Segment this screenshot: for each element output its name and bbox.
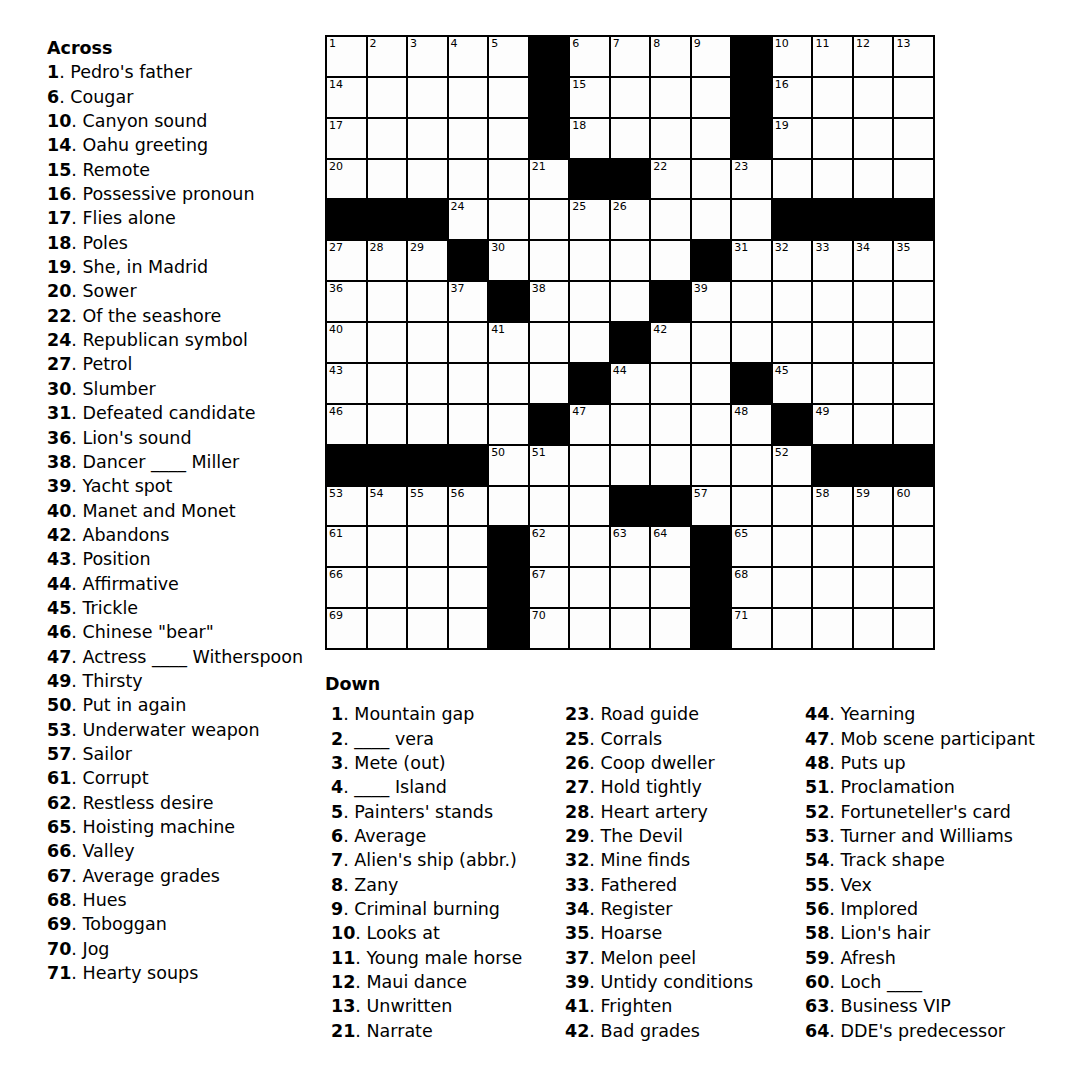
cell-r15c9[interactable]: [650, 608, 691, 649]
down-clue-number-23: 23: [565, 704, 589, 724]
across-clue-text-70: . Jog: [71, 939, 109, 959]
across-clue-text-19: . She, in Madrid: [71, 257, 208, 277]
cell-number-16: 16: [775, 78, 789, 91]
cell-r6c15[interactable]: 35: [893, 240, 934, 281]
across-clue-number-17: 17: [47, 208, 71, 228]
cell-r12c1[interactable]: 53: [326, 486, 367, 527]
cell-r7c2[interactable]: [367, 281, 408, 322]
across-clue-text-1: . Pedro's father: [59, 62, 192, 82]
cell-r10c1[interactable]: 46: [326, 404, 367, 445]
cell-r10c10[interactable]: [691, 404, 732, 445]
down-clue-text-59: . Afresh: [829, 948, 895, 968]
down-clue-text-8: . Zany: [343, 875, 398, 895]
cell-r15c11[interactable]: 71: [731, 608, 772, 649]
cell-r10c14[interactable]: [853, 404, 894, 445]
across-clue-15: 15. Remote: [47, 158, 303, 182]
cell-r2c2[interactable]: [367, 77, 408, 118]
down-clue-54: 54. Track shape: [805, 848, 1055, 872]
cell-r14c3[interactable]: [407, 567, 448, 608]
cell-number-28: 28: [370, 241, 384, 254]
down-clue-number-32: 32: [565, 850, 589, 870]
cell-r3c3[interactable]: [407, 118, 448, 159]
cell-number-38: 38: [532, 282, 546, 295]
cell-r15c7[interactable]: [569, 608, 610, 649]
down-clue-text-11: . Young male horse: [355, 948, 522, 968]
cell-r9c11-black: [731, 363, 772, 404]
across-clue-number-24: 24: [47, 330, 71, 350]
cell-r8c2[interactable]: [367, 322, 408, 363]
cell-r14c13[interactable]: [812, 567, 853, 608]
cell-number-23: 23: [734, 160, 748, 173]
across-clue-text-40: . Manet and Monet: [71, 501, 235, 521]
cell-r5c13-black: [812, 199, 853, 240]
cell-r10c15[interactable]: [893, 404, 934, 445]
across-clue-number-50: 50: [47, 695, 71, 715]
cell-r8c8-black: [610, 322, 651, 363]
cell-r4c2[interactable]: [367, 159, 408, 200]
cell-r13c8[interactable]: 63: [610, 526, 651, 567]
cell-number-44: 44: [613, 364, 627, 377]
cell-r7c4[interactable]: 37: [448, 281, 489, 322]
cell-r6c5[interactable]: 30: [488, 240, 529, 281]
cell-r4c4[interactable]: [448, 159, 489, 200]
down-clue-13: 13. Unwritten: [331, 994, 565, 1018]
cell-r9c15[interactable]: [893, 363, 934, 404]
cell-r3c1[interactable]: 17: [326, 118, 367, 159]
cell-number-63: 63: [613, 527, 627, 540]
cell-r12c7[interactable]: [569, 486, 610, 527]
cell-r3c11-black: [731, 118, 772, 159]
across-clue-69: 69. Toboggan: [47, 912, 303, 936]
cell-r12c5[interactable]: [488, 486, 529, 527]
cell-r2c15[interactable]: [893, 77, 934, 118]
cell-r11c6[interactable]: 51: [529, 445, 570, 486]
cell-r9c10[interactable]: [691, 363, 732, 404]
down-clue-number-29: 29: [565, 826, 589, 846]
cell-r15c5-black: [488, 608, 529, 649]
cell-r13c14[interactable]: [853, 526, 894, 567]
down-clue-41: 41. Frighten: [565, 994, 805, 1018]
cell-number-14: 14: [329, 78, 343, 91]
down-clue-number-8: 8: [331, 875, 343, 895]
cell-r13c4[interactable]: [448, 526, 489, 567]
cell-r14c6[interactable]: 67: [529, 567, 570, 608]
cell-r13c11[interactable]: 65: [731, 526, 772, 567]
down-clue-text-37: . Melon peel: [589, 948, 696, 968]
down-clue-52: 52. Fortuneteller's card: [805, 800, 1055, 824]
cell-r4c1[interactable]: 20: [326, 159, 367, 200]
across-clue-62: 62. Restless desire: [47, 791, 303, 815]
cell-r7c5-black: [488, 281, 529, 322]
cell-r1c15[interactable]: 13: [893, 36, 934, 77]
cell-r8c4[interactable]: [448, 322, 489, 363]
cell-r8c6[interactable]: [529, 322, 570, 363]
cell-number-13: 13: [896, 37, 910, 50]
cell-r14c15[interactable]: [893, 567, 934, 608]
down-clue-51: 51. Proclamation: [805, 775, 1055, 799]
cell-r15c1[interactable]: 69: [326, 608, 367, 649]
cell-r8c9[interactable]: 42: [650, 322, 691, 363]
cell-r15c2[interactable]: [367, 608, 408, 649]
cell-r12c13[interactable]: 58: [812, 486, 853, 527]
down-clue-number-28: 28: [565, 802, 589, 822]
down-header: Down: [325, 672, 1055, 696]
cell-r6c13[interactable]: 33: [812, 240, 853, 281]
cell-r14c14[interactable]: [853, 567, 894, 608]
down-clue-number-56: 56: [805, 899, 829, 919]
cell-number-40: 40: [329, 323, 343, 336]
down-clue-text-41: . Frighten: [589, 996, 672, 1016]
cell-r4c7-black: [569, 159, 610, 200]
cell-r7c6[interactable]: 38: [529, 281, 570, 322]
cell-r9c8[interactable]: 44: [610, 363, 651, 404]
down-clues-panel: Down 1. Mountain gap2. ____ vera3. Mete …: [325, 672, 1055, 1043]
cell-r15c8[interactable]: [610, 608, 651, 649]
cell-r12c2[interactable]: 54: [367, 486, 408, 527]
cell-r6c7[interactable]: [569, 240, 610, 281]
down-clue-47: 47. Mob scene participant: [805, 727, 1055, 751]
cell-r11c2-black: [367, 445, 408, 486]
across-clue-38: 38. Dancer ____ Miller: [47, 450, 303, 474]
across-clue-text-68: . Hues: [71, 890, 126, 910]
cell-number-25: 25: [572, 200, 586, 213]
cell-r10c13[interactable]: 49: [812, 404, 853, 445]
cell-r13c2[interactable]: [367, 526, 408, 567]
cell-number-51: 51: [532, 446, 546, 459]
cell-r5c4[interactable]: 24: [448, 199, 489, 240]
down-clue-39: 39. Untidy conditions: [565, 970, 805, 994]
across-clue-20: 20. Sower: [47, 279, 303, 303]
cell-r4c11[interactable]: 23: [731, 159, 772, 200]
cell-r5c8[interactable]: 26: [610, 199, 651, 240]
cell-r14c8[interactable]: [610, 567, 651, 608]
cell-r9c12[interactable]: 45: [772, 363, 813, 404]
cell-r8c12[interactable]: [772, 322, 813, 363]
cell-r8c7[interactable]: [569, 322, 610, 363]
cell-r3c14[interactable]: [853, 118, 894, 159]
cell-r6c14[interactable]: 34: [853, 240, 894, 281]
cell-r11c4-black: [448, 445, 489, 486]
cell-number-70: 70: [532, 609, 546, 622]
cell-number-64: 64: [653, 527, 667, 540]
cell-r13c3[interactable]: [407, 526, 448, 567]
cell-number-22: 22: [653, 160, 667, 173]
across-clue-text-20: . Sower: [71, 281, 136, 301]
cell-r8c11[interactable]: [731, 322, 772, 363]
down-clue-number-21: 21: [331, 1021, 355, 1041]
cell-r3c2[interactable]: [367, 118, 408, 159]
across-clues-panel: Across 1. Pedro's father6. Cougar10. Can…: [47, 36, 303, 985]
cell-r2c8[interactable]: [610, 77, 651, 118]
cell-r4c3[interactable]: [407, 159, 448, 200]
across-clue-number-16: 16: [47, 184, 71, 204]
cell-r14c5-black: [488, 567, 529, 608]
cell-r1c9[interactable]: 8: [650, 36, 691, 77]
cell-r9c2[interactable]: [367, 363, 408, 404]
cell-number-37: 37: [451, 282, 465, 295]
cell-r10c9[interactable]: [650, 404, 691, 445]
cell-r6c11[interactable]: 31: [731, 240, 772, 281]
down-clue-3: 3. Mete (out): [331, 751, 565, 775]
cell-r9c13[interactable]: [812, 363, 853, 404]
cell-r6c9[interactable]: [650, 240, 691, 281]
cell-r10c3[interactable]: [407, 404, 448, 445]
cell-r11c3-black: [407, 445, 448, 486]
cell-r10c7[interactable]: 47: [569, 404, 610, 445]
cell-r4c14[interactable]: [853, 159, 894, 200]
across-clue-39: 39. Yacht spot: [47, 474, 303, 498]
down-clue-column-1: 1. Mountain gap2. ____ vera3. Mete (out)…: [331, 702, 565, 1043]
cell-r1c8[interactable]: 7: [610, 36, 651, 77]
cell-r13c7[interactable]: [569, 526, 610, 567]
cell-r10c4[interactable]: [448, 404, 489, 445]
cell-r3c13[interactable]: [812, 118, 853, 159]
across-clue-61: 61. Corrupt: [47, 766, 303, 790]
cell-r7c7[interactable]: [569, 281, 610, 322]
cell-r11c10[interactable]: [691, 445, 732, 486]
cell-r2c1[interactable]: 14: [326, 77, 367, 118]
cell-r12c6[interactable]: [529, 486, 570, 527]
cell-r8c5[interactable]: 41: [488, 322, 529, 363]
cell-number-18: 18: [572, 119, 586, 132]
cell-r8c10[interactable]: [691, 322, 732, 363]
cell-r7c14[interactable]: [853, 281, 894, 322]
cell-number-69: 69: [329, 609, 343, 622]
cell-r5c10[interactable]: [691, 199, 732, 240]
cell-number-12: 12: [856, 37, 870, 50]
down-clue-text-25: . Corrals: [589, 729, 662, 749]
cell-r12c11[interactable]: [731, 486, 772, 527]
cell-r12c4[interactable]: 56: [448, 486, 489, 527]
cell-number-48: 48: [734, 405, 748, 418]
down-clue-number-42: 42: [565, 1021, 589, 1041]
cell-r9c4[interactable]: [448, 363, 489, 404]
cell-number-47: 47: [572, 405, 586, 418]
cell-r10c2[interactable]: [367, 404, 408, 445]
cell-r2c6-black: [529, 77, 570, 118]
cell-r4c6[interactable]: 21: [529, 159, 570, 200]
across-clue-50: 50. Put in again: [47, 693, 303, 717]
cell-r3c4[interactable]: [448, 118, 489, 159]
cell-r4c5[interactable]: [488, 159, 529, 200]
cell-r6c10-black: [691, 240, 732, 281]
cell-r2c12[interactable]: 16: [772, 77, 813, 118]
cell-number-1: 1: [329, 37, 336, 50]
cell-r5c7[interactable]: 25: [569, 199, 610, 240]
cell-r3c9[interactable]: [650, 118, 691, 159]
across-clue-17: 17. Flies alone: [47, 206, 303, 230]
cell-r8c15[interactable]: [893, 322, 934, 363]
cell-r5c11[interactable]: [731, 199, 772, 240]
cell-r7c3[interactable]: [407, 281, 448, 322]
cell-r9c6[interactable]: [529, 363, 570, 404]
cell-r10c11[interactable]: 48: [731, 404, 772, 445]
cell-r4c12[interactable]: [772, 159, 813, 200]
cell-r8c13[interactable]: [812, 322, 853, 363]
down-clue-28: 28. Heart artery: [565, 800, 805, 824]
cell-r11c5[interactable]: 50: [488, 445, 529, 486]
cell-r15c13[interactable]: [812, 608, 853, 649]
cell-r9c5[interactable]: [488, 363, 529, 404]
cell-r4c15[interactable]: [893, 159, 934, 200]
cell-r1c3[interactable]: 3: [407, 36, 448, 77]
down-clue-number-33: 33: [565, 875, 589, 895]
cell-r2c4[interactable]: [448, 77, 489, 118]
across-header: Across: [47, 36, 303, 60]
cell-r5c6[interactable]: [529, 199, 570, 240]
cell-r12c10[interactable]: 57: [691, 486, 732, 527]
cell-r7c12[interactable]: [772, 281, 813, 322]
cell-r12c3[interactable]: 55: [407, 486, 448, 527]
cell-r10c5[interactable]: [488, 404, 529, 445]
cell-r7c1[interactable]: 36: [326, 281, 367, 322]
cell-r3c7[interactable]: 18: [569, 118, 610, 159]
cell-r14c2[interactable]: [367, 567, 408, 608]
cell-r1c14[interactable]: 12: [853, 36, 894, 77]
cell-r5c15-black: [893, 199, 934, 240]
cell-r1c12[interactable]: 10: [772, 36, 813, 77]
cell-r2c14[interactable]: [853, 77, 894, 118]
cell-r5c5[interactable]: [488, 199, 529, 240]
down-clue-58: 58. Lion's hair: [805, 921, 1055, 945]
cell-r1c6-black: [529, 36, 570, 77]
cell-r1c10[interactable]: 9: [691, 36, 732, 77]
cell-r15c6[interactable]: 70: [529, 608, 570, 649]
cell-r11c7[interactable]: [569, 445, 610, 486]
across-clue-number-71: 71: [47, 963, 71, 983]
cell-r13c15[interactable]: [893, 526, 934, 567]
across-clue-49: 49. Thirsty: [47, 669, 303, 693]
cell-r8c14[interactable]: [853, 322, 894, 363]
cell-r3c10[interactable]: [691, 118, 732, 159]
cell-r6c6[interactable]: [529, 240, 570, 281]
down-clue-text-64: . DDE's predecessor: [829, 1021, 1005, 1041]
across-clue-10: 10. Canyon sound: [47, 109, 303, 133]
down-clue-5: 5. Painters' stands: [331, 800, 565, 824]
cell-r13c12[interactable]: [772, 526, 813, 567]
cell-r5c9[interactable]: [650, 199, 691, 240]
across-clue-text-61: . Corrupt: [71, 768, 148, 788]
cell-r6c1[interactable]: 27: [326, 240, 367, 281]
cell-r10c8[interactable]: [610, 404, 651, 445]
down-clue-number-60: 60: [805, 972, 829, 992]
cell-r15c14[interactable]: [853, 608, 894, 649]
cell-r1c13[interactable]: 11: [812, 36, 853, 77]
across-clue-number-18: 18: [47, 233, 71, 253]
cell-r2c9[interactable]: [650, 77, 691, 118]
cell-r3c15[interactable]: [893, 118, 934, 159]
across-clue-47: 47. Actress ____ Witherspoon: [47, 645, 303, 669]
cell-r14c4[interactable]: [448, 567, 489, 608]
cell-number-61: 61: [329, 527, 343, 540]
across-clue-text-65: . Hoisting machine: [71, 817, 235, 837]
cell-r3c5[interactable]: [488, 118, 529, 159]
cell-number-27: 27: [329, 241, 343, 254]
across-clue-number-68: 68: [47, 890, 71, 910]
cell-r4c10[interactable]: [691, 159, 732, 200]
cell-r15c15[interactable]: [893, 608, 934, 649]
cell-r2c13[interactable]: [812, 77, 853, 118]
cell-r4c9[interactable]: 22: [650, 159, 691, 200]
cell-r6c3[interactable]: 29: [407, 240, 448, 281]
cell-r2c5[interactable]: [488, 77, 529, 118]
cell-r9c3[interactable]: [407, 363, 448, 404]
cell-r6c8[interactable]: [610, 240, 651, 281]
cell-r2c7[interactable]: 15: [569, 77, 610, 118]
cell-r13c6[interactable]: 62: [529, 526, 570, 567]
across-clue-number-19: 19: [47, 257, 71, 277]
cell-r1c5[interactable]: 5: [488, 36, 529, 77]
cell-r13c9[interactable]: 64: [650, 526, 691, 567]
across-clue-70: 70. Jog: [47, 937, 303, 961]
cell-r14c11[interactable]: 68: [731, 567, 772, 608]
cell-r7c11[interactable]: [731, 281, 772, 322]
cell-r13c13[interactable]: [812, 526, 853, 567]
cell-r6c12[interactable]: 32: [772, 240, 813, 281]
across-clue-53: 53. Underwater weapon: [47, 718, 303, 742]
cell-r4c13[interactable]: [812, 159, 853, 200]
cell-r2c11-black: [731, 77, 772, 118]
cell-r10c12-black: [772, 404, 813, 445]
cell-r12c15[interactable]: 60: [893, 486, 934, 527]
cell-r14c12[interactable]: [772, 567, 813, 608]
cell-r15c4[interactable]: [448, 608, 489, 649]
cell-r5c14-black: [853, 199, 894, 240]
cell-r11c8[interactable]: [610, 445, 651, 486]
cell-r3c8[interactable]: [610, 118, 651, 159]
cell-r2c3[interactable]: [407, 77, 448, 118]
cell-r8c3[interactable]: [407, 322, 448, 363]
down-clue-text-3: . Mete (out): [343, 753, 446, 773]
cell-r1c4[interactable]: 4: [448, 36, 489, 77]
cell-r8c1[interactable]: 40: [326, 322, 367, 363]
down-clue-number-34: 34: [565, 899, 589, 919]
cell-r14c7[interactable]: [569, 567, 610, 608]
down-clue-text-12: . Maui dance: [355, 972, 467, 992]
cell-r11c12[interactable]: 52: [772, 445, 813, 486]
cell-r14c9[interactable]: [650, 567, 691, 608]
down-clue-number-54: 54: [805, 850, 829, 870]
cell-r12c14[interactable]: 59: [853, 486, 894, 527]
cell-r12c12[interactable]: [772, 486, 813, 527]
cell-r1c1[interactable]: 1: [326, 36, 367, 77]
cell-r9c14[interactable]: [853, 363, 894, 404]
cell-r13c1[interactable]: 61: [326, 526, 367, 567]
across-clue-text-43: . Position: [71, 549, 150, 569]
cell-r11c9[interactable]: [650, 445, 691, 486]
cell-r15c3[interactable]: [407, 608, 448, 649]
cell-r1c2[interactable]: 2: [367, 36, 408, 77]
cell-r7c10[interactable]: 39: [691, 281, 732, 322]
cell-r3c12[interactable]: 19: [772, 118, 813, 159]
cell-r9c9[interactable]: [650, 363, 691, 404]
down-clue-text-54: . Track shape: [829, 850, 944, 870]
across-clue-1: 1. Pedro's father: [47, 60, 303, 84]
cell-r14c1[interactable]: 66: [326, 567, 367, 608]
cell-r7c15[interactable]: [893, 281, 934, 322]
cell-r9c1[interactable]: 43: [326, 363, 367, 404]
cell-r7c8[interactable]: [610, 281, 651, 322]
cell-r15c12[interactable]: [772, 608, 813, 649]
cell-r2c10[interactable]: [691, 77, 732, 118]
across-clue-text-30: . Slumber: [71, 379, 155, 399]
cell-r1c7[interactable]: 6: [569, 36, 610, 77]
cell-r7c13[interactable]: [812, 281, 853, 322]
cell-r11c11[interactable]: [731, 445, 772, 486]
across-clue-text-38: . Dancer ____ Miller: [71, 452, 239, 472]
across-clue-text-10: . Canyon sound: [71, 111, 207, 131]
cell-r6c2[interactable]: 28: [367, 240, 408, 281]
